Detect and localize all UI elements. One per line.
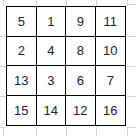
- grid-cell-r2c2[interactable]: 6: [66, 66, 96, 96]
- grid-cell-r0c3[interactable]: 11: [96, 7, 126, 37]
- gridline-tick: [0, 127, 3, 128]
- gridline-tick: [3, 0, 4, 6]
- grid-cell-r1c3[interactable]: 10: [96, 37, 126, 67]
- grid-cell-r2c1[interactable]: 3: [37, 66, 67, 96]
- grid-cell-r3c2[interactable]: 12: [66, 96, 96, 126]
- gridline-tick: [66, 127, 67, 136]
- gridline-tick: [3, 127, 4, 136]
- grid-cell-r3c0[interactable]: 15: [7, 96, 37, 126]
- gridline-tick: [36, 127, 37, 136]
- gridline-tick: [127, 36, 136, 37]
- gridline-tick: [96, 127, 97, 136]
- gridline-tick: [127, 0, 128, 6]
- grid-cell-r2c3[interactable]: 7: [96, 66, 126, 96]
- gridline-tick: [127, 96, 136, 97]
- grid-cell-r2c0[interactable]: 13: [7, 66, 37, 96]
- gridline-tick: [127, 66, 136, 67]
- grid-cell-r0c2[interactable]: 9: [66, 7, 96, 37]
- grid-cell-r1c2[interactable]: 8: [66, 37, 96, 67]
- grid-cell-r3c1[interactable]: 14: [37, 96, 67, 126]
- gridline-tick: [127, 4, 136, 5]
- spreadsheet-canvas: 5 1 9 11 2 4 8 10 13 3 6 7 15 14 12 16: [0, 0, 136, 136]
- grid-cell-r3c3[interactable]: 16: [96, 96, 126, 126]
- puzzle-board: 5 1 9 11 2 4 8 10 13 3 6 7 15 14 12 16: [6, 6, 126, 126]
- grid-cell-r1c0[interactable]: 2: [7, 37, 37, 67]
- grid-cell-r0c0[interactable]: 5: [7, 7, 37, 37]
- grid-cell-r1c1[interactable]: 4: [37, 37, 67, 67]
- grid-cell-r0c1[interactable]: 1: [37, 7, 67, 37]
- gridline-tick: [127, 127, 128, 136]
- gridline-tick: [127, 127, 136, 128]
